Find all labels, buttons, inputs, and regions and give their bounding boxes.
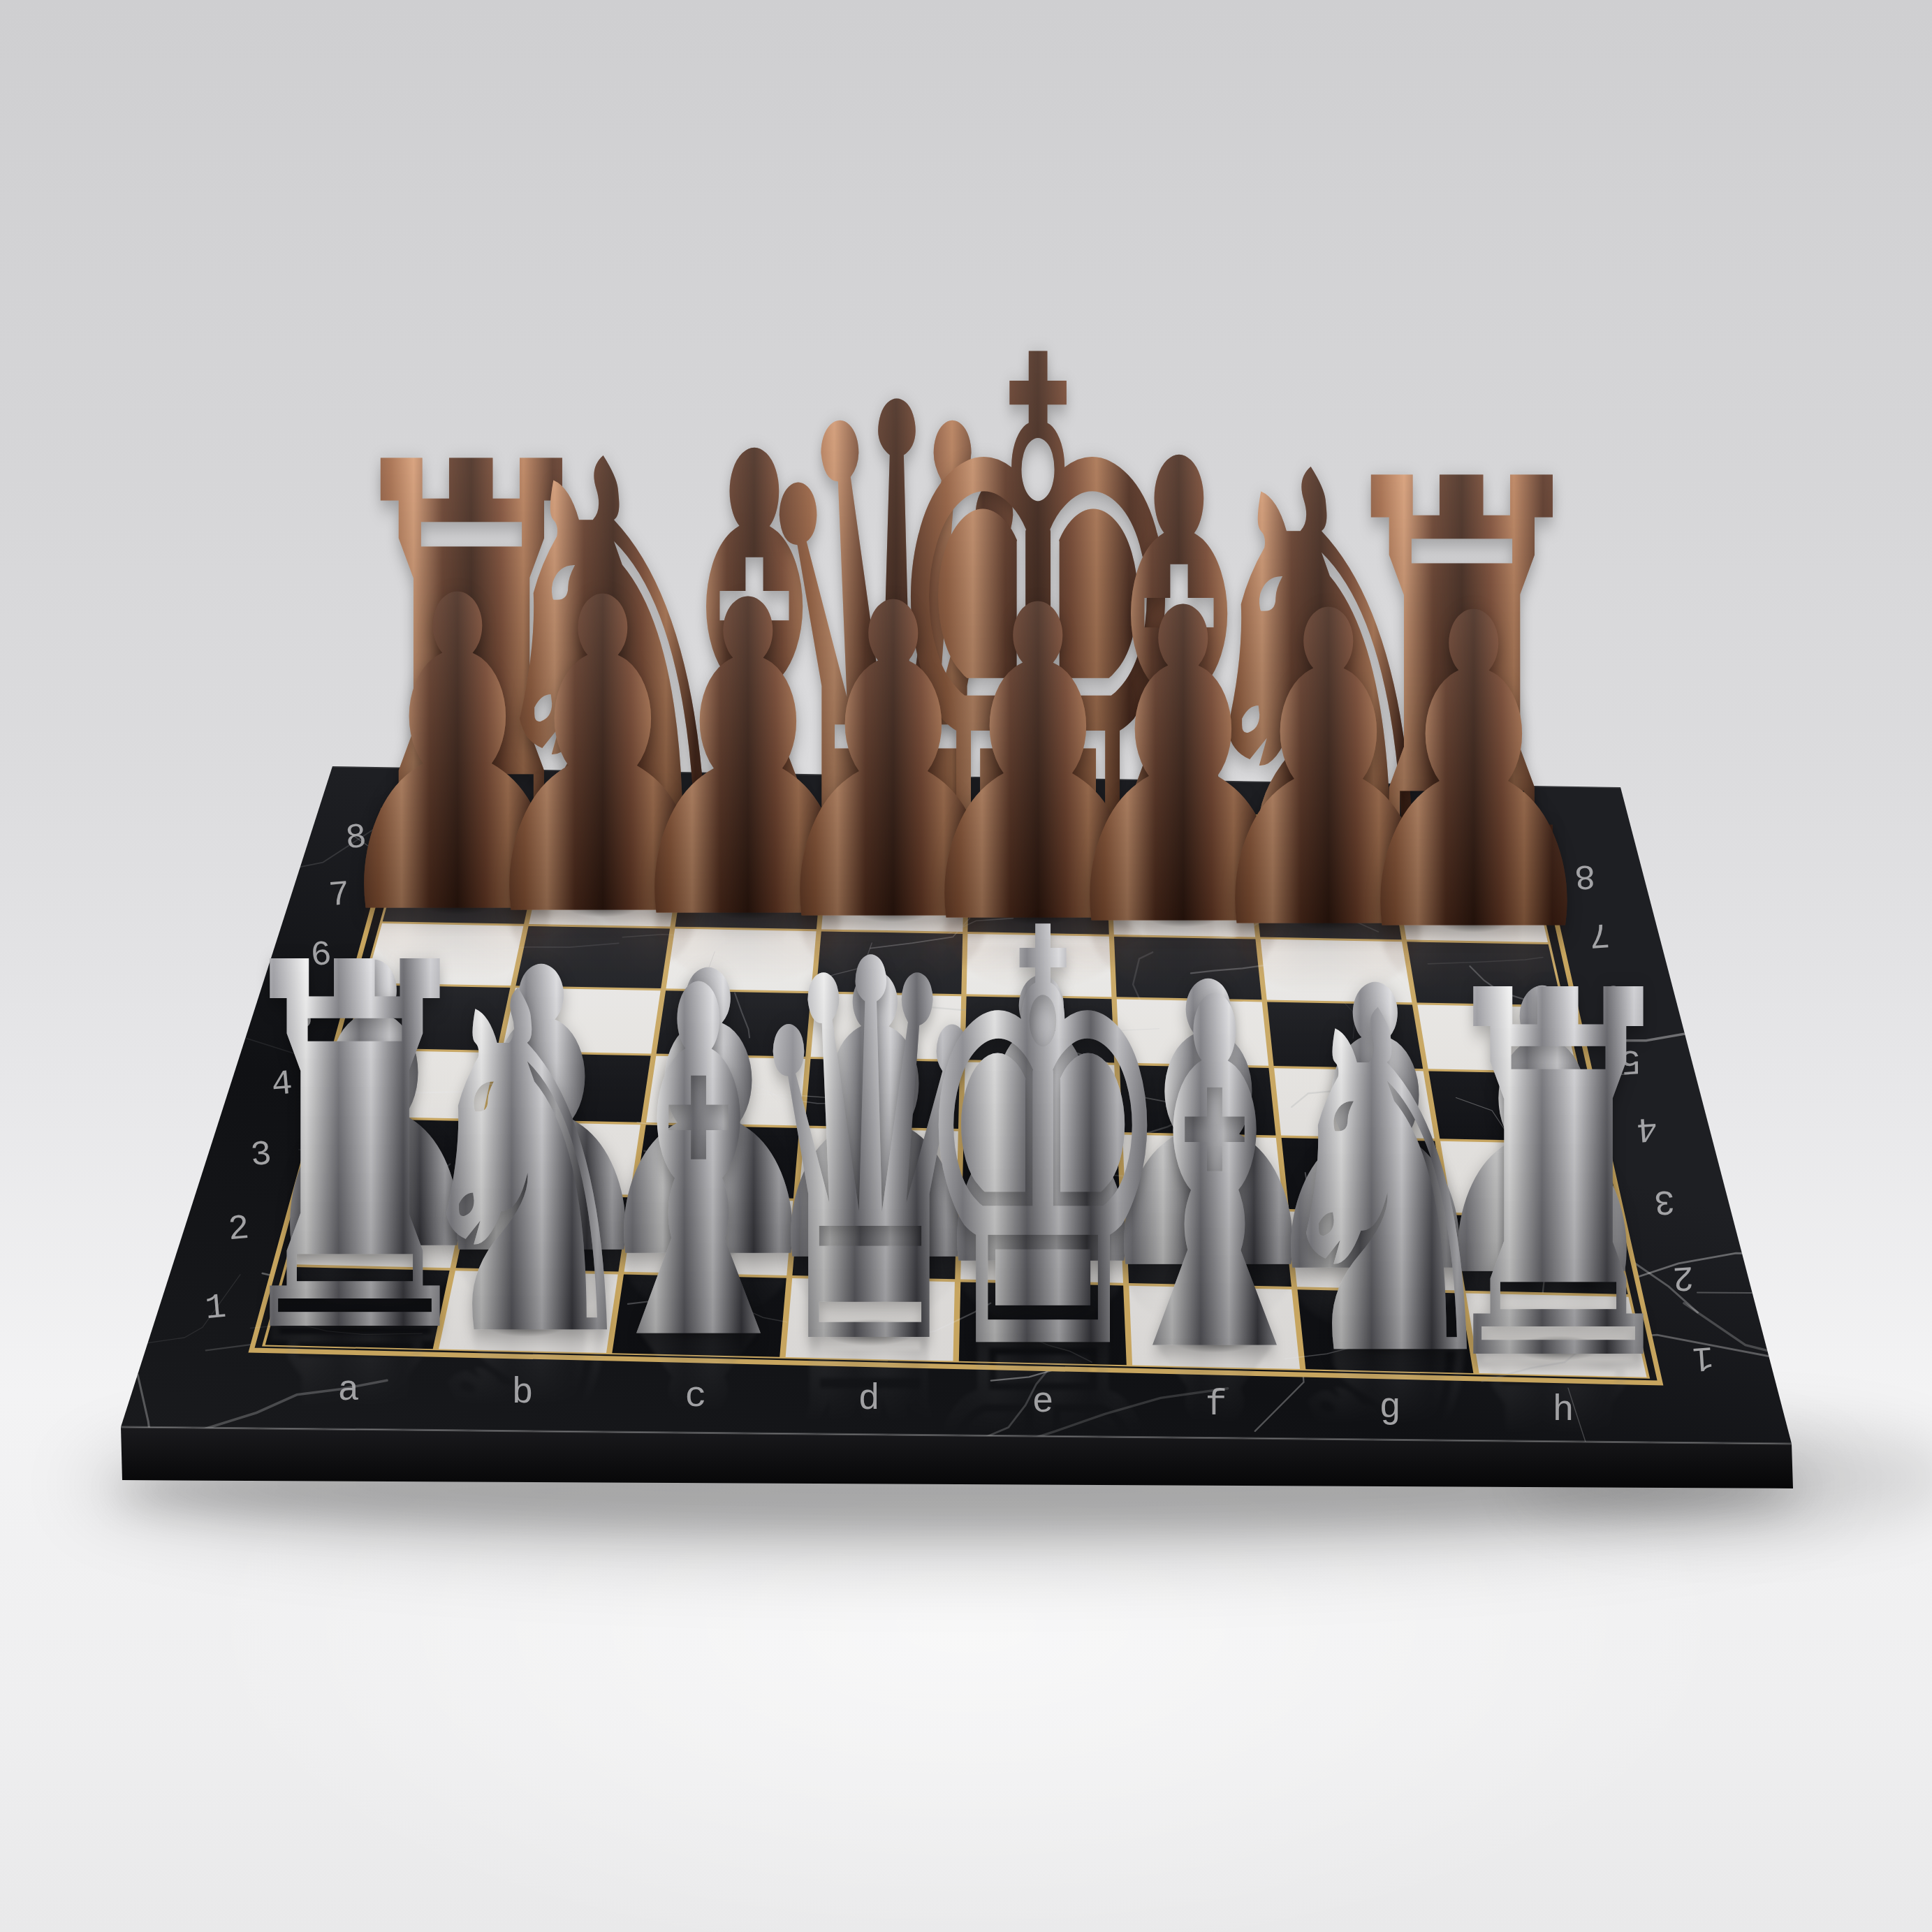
photo-scene: 8877665544332211abcdefgh ♜♜♞♞♝♝♛♛♚♚♝♝♞♞♜…	[0, 0, 1932, 1932]
silver-rook-icon: ♜	[1423, 928, 1693, 1430]
pieces-layer: ♜♜♞♞♝♝♛♛♚♚♝♝♞♞♜♜♟♟♟♟♟♟♟♟♟♟♟♟♟♟♟♟♟♟♟♟♟♟♟♟…	[0, 0, 1932, 1932]
